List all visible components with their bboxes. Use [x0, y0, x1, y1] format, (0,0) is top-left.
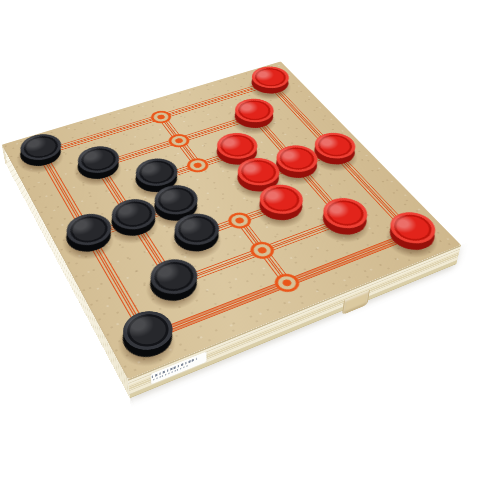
piece-red-g7[interactable]	[245, 63, 295, 92]
game-box	[2, 61, 461, 379]
morris-board	[2, 61, 461, 379]
photo-canvas	[0, 0, 500, 500]
scene	[0, 0, 500, 500]
piece-black-a4[interactable]	[60, 209, 118, 251]
clasp-tab-icon	[342, 290, 370, 315]
piece-red-f2[interactable]	[316, 193, 377, 233]
piece-black-b6[interactable]	[71, 142, 124, 178]
piece-black-a7[interactable]	[15, 130, 67, 165]
piece-black-b2[interactable]	[143, 254, 205, 301]
piece-black-a1[interactable]	[115, 305, 180, 357]
board-pattern	[14, 68, 446, 366]
